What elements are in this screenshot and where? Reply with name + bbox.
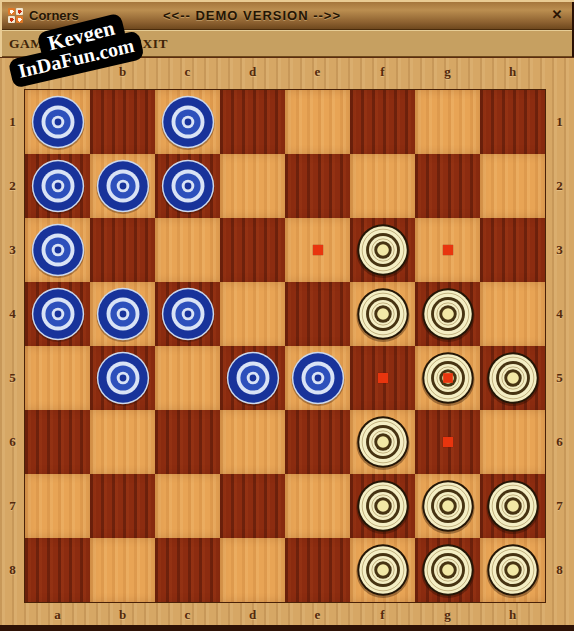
square-b3[interactable] [90, 218, 155, 282]
square-f4[interactable] [350, 282, 415, 346]
blue-piece[interactable] [92, 283, 154, 345]
rank-label-left-4: 4 [9, 306, 16, 322]
square-f7[interactable] [350, 474, 415, 538]
square-c4[interactable] [155, 282, 220, 346]
square-e8[interactable] [285, 538, 350, 602]
square-e4[interactable] [285, 282, 350, 346]
square-d6[interactable] [220, 410, 285, 474]
move-marker [443, 437, 453, 447]
square-e1[interactable] [285, 90, 350, 154]
file-label-bottom-d: d [249, 607, 256, 623]
square-c8[interactable] [155, 538, 220, 602]
square-a4[interactable] [25, 282, 90, 346]
square-e7[interactable] [285, 474, 350, 538]
square-e3[interactable] [285, 218, 350, 282]
rank-label-left-8: 8 [9, 562, 16, 578]
yellow-piece[interactable] [352, 539, 414, 601]
icon-tile [16, 16, 23, 23]
square-f6[interactable] [350, 410, 415, 474]
blue-piece[interactable] [27, 283, 89, 345]
blue-piece[interactable] [157, 91, 219, 153]
square-c6[interactable] [155, 410, 220, 474]
rank-label-left-1: 1 [9, 114, 16, 130]
rank-label-right-3: 3 [556, 242, 563, 258]
square-c5[interactable] [155, 346, 220, 410]
square-a7[interactable] [25, 474, 90, 538]
file-label-bottom-c: c [185, 607, 191, 623]
icon-tile [8, 16, 15, 23]
rank-label-right-1: 1 [556, 114, 563, 130]
board-squares [25, 90, 545, 602]
blue-piece[interactable] [92, 347, 154, 409]
square-b2[interactable] [90, 154, 155, 218]
square-f2[interactable] [350, 154, 415, 218]
square-d7[interactable] [220, 474, 285, 538]
square-h1[interactable] [480, 90, 545, 154]
square-a6[interactable] [25, 410, 90, 474]
square-h7[interactable] [480, 474, 545, 538]
file-label-top-c: c [185, 64, 191, 80]
square-g2[interactable] [415, 154, 480, 218]
move-marker [378, 373, 388, 383]
square-a3[interactable] [25, 218, 90, 282]
close-icon[interactable]: ✕ [549, 7, 565, 23]
demo-version-banner: <<-- DEMO VERSION -->> [92, 8, 412, 23]
square-g7[interactable] [415, 474, 480, 538]
square-h6[interactable] [480, 410, 545, 474]
square-d8[interactable] [220, 538, 285, 602]
yellow-piece[interactable] [417, 475, 479, 537]
square-h8[interactable] [480, 538, 545, 602]
square-g4[interactable] [415, 282, 480, 346]
square-h2[interactable] [480, 154, 545, 218]
square-b7[interactable] [90, 474, 155, 538]
blue-piece[interactable] [27, 155, 89, 217]
file-label-bottom-g: g [444, 607, 451, 623]
square-d1[interactable] [220, 90, 285, 154]
square-b8[interactable] [90, 538, 155, 602]
file-label-top-e: e [315, 64, 321, 80]
rank-label-left-2: 2 [9, 178, 16, 194]
square-d3[interactable] [220, 218, 285, 282]
square-a5[interactable] [25, 346, 90, 410]
yellow-piece[interactable] [352, 411, 414, 473]
rank-labels-right: 12345678 [545, 90, 574, 602]
square-f8[interactable] [350, 538, 415, 602]
rank-label-right-6: 6 [556, 434, 563, 450]
file-label-bottom-f: f [380, 607, 384, 623]
square-g8[interactable] [415, 538, 480, 602]
square-c3[interactable] [155, 218, 220, 282]
app-window: Corners <<-- DEMO VERSION -->> ✕ GAME EX… [0, 0, 574, 631]
square-a1[interactable] [25, 90, 90, 154]
square-e6[interactable] [285, 410, 350, 474]
square-d4[interactable] [220, 282, 285, 346]
file-label-top-g: g [444, 64, 451, 80]
window-title: Corners [29, 8, 79, 23]
square-g5[interactable] [415, 346, 480, 410]
square-b4[interactable] [90, 282, 155, 346]
square-a2[interactable] [25, 154, 90, 218]
square-e5[interactable] [285, 346, 350, 410]
blue-piece[interactable] [287, 347, 349, 409]
rank-label-right-2: 2 [556, 178, 563, 194]
blue-piece[interactable] [27, 219, 89, 281]
blue-piece[interactable] [92, 155, 154, 217]
square-b6[interactable] [90, 410, 155, 474]
file-label-bottom-b: b [119, 607, 126, 623]
corners-app-icon [8, 8, 24, 24]
yellow-piece[interactable] [352, 219, 414, 281]
rank-label-right-7: 7 [556, 498, 563, 514]
square-c2[interactable] [155, 154, 220, 218]
yellow-piece[interactable] [417, 539, 479, 601]
file-label-bottom-e: e [315, 607, 321, 623]
square-g1[interactable] [415, 90, 480, 154]
square-f5[interactable] [350, 346, 415, 410]
board-frame: abcdefgh 12345678 12345678 abcdefgh [0, 57, 574, 631]
square-g3[interactable] [415, 218, 480, 282]
rank-label-right-5: 5 [556, 370, 563, 386]
square-c7[interactable] [155, 474, 220, 538]
blue-piece[interactable] [157, 155, 219, 217]
file-labels-bottom: abcdefgh [25, 606, 545, 624]
square-h3[interactable] [480, 218, 545, 282]
icon-tile [8, 8, 15, 15]
yellow-piece[interactable] [417, 283, 479, 345]
rank-label-left-7: 7 [9, 498, 16, 514]
file-label-top-h: h [509, 64, 516, 80]
blue-piece[interactable] [222, 347, 284, 409]
square-e2[interactable] [285, 154, 350, 218]
yellow-piece[interactable] [482, 539, 544, 601]
move-marker [313, 245, 323, 255]
rank-labels-left: 12345678 [0, 90, 25, 602]
icon-tile [16, 8, 23, 15]
square-c1[interactable] [155, 90, 220, 154]
rank-label-left-6: 6 [9, 434, 16, 450]
square-h5[interactable] [480, 346, 545, 410]
square-a8[interactable] [25, 538, 90, 602]
file-label-top-b: b [119, 64, 126, 80]
square-f3[interactable] [350, 218, 415, 282]
file-label-top-f: f [380, 64, 384, 80]
square-f1[interactable] [350, 90, 415, 154]
square-g6[interactable] [415, 410, 480, 474]
yellow-piece[interactable] [482, 347, 544, 409]
square-b5[interactable] [90, 346, 155, 410]
yellow-piece-marked[interactable] [417, 347, 479, 409]
file-label-bottom-h: h [509, 607, 516, 623]
rank-label-left-5: 5 [9, 370, 16, 386]
file-label-bottom-a: a [54, 607, 61, 623]
square-h4[interactable] [480, 282, 545, 346]
rank-label-left-3: 3 [9, 242, 16, 258]
rank-label-right-4: 4 [556, 306, 563, 322]
yellow-piece[interactable] [482, 475, 544, 537]
file-label-top-d: d [249, 64, 256, 80]
blue-piece[interactable] [27, 91, 89, 153]
square-b1[interactable] [90, 90, 155, 154]
frame-bottom-edge [0, 625, 574, 631]
yellow-piece[interactable] [352, 283, 414, 345]
blue-piece[interactable] [157, 283, 219, 345]
move-marker [443, 373, 453, 383]
square-d5[interactable] [220, 346, 285, 410]
yellow-piece[interactable] [352, 475, 414, 537]
rank-label-right-8: 8 [556, 562, 563, 578]
square-d2[interactable] [220, 154, 285, 218]
move-marker [443, 245, 453, 255]
